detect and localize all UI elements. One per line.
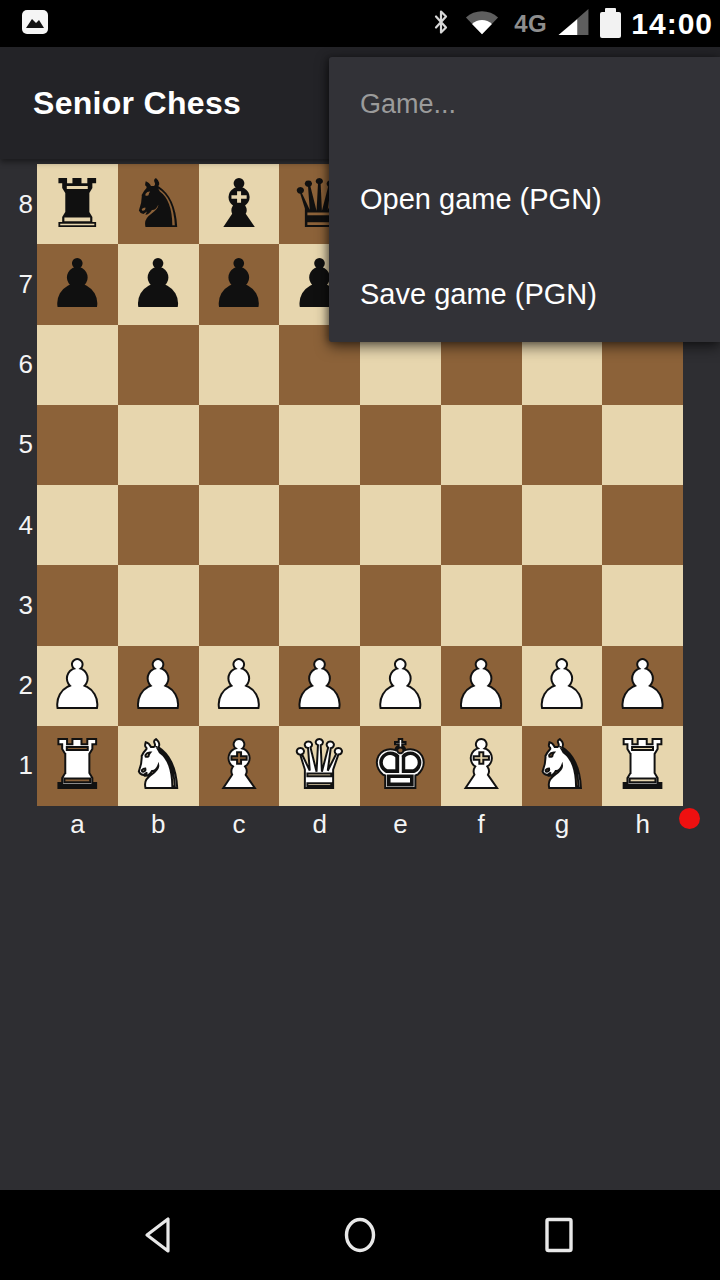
square-f3[interactable] [441,565,522,645]
home-icon[interactable] [340,1215,380,1255]
square-c7[interactable]: ♟ [199,244,280,324]
menu-item-open-game[interactable]: Open game (PGN) [329,152,720,247]
wifi-icon [460,9,504,39]
square-f2[interactable]: ♟ [441,646,522,726]
white-knight: ♞ [128,732,188,799]
square-c6[interactable] [199,325,280,405]
rank-label-2: 2 [0,646,33,726]
file-label-f: f [441,807,522,841]
square-a7[interactable]: ♟ [37,244,118,324]
square-e2[interactable]: ♟ [360,646,441,726]
square-b4[interactable] [118,485,199,565]
rank-label-1: 1 [0,726,33,806]
square-h5[interactable] [602,405,683,485]
gallery-icon [22,10,48,38]
square-g3[interactable] [522,565,603,645]
status-bar: 4G 14:00 [0,0,720,47]
file-label-g: g [522,807,603,841]
black-bishop: ♝ [209,171,269,238]
square-b1[interactable]: ♞ [118,726,199,806]
black-knight: ♞ [128,171,188,238]
bluetooth-icon [432,8,450,40]
white-pawn: ♟ [451,652,511,719]
signal-icon [557,8,590,40]
square-h2[interactable]: ♟ [602,646,683,726]
file-label-a: a [37,807,118,841]
file-labels: abcdefgh [37,807,683,841]
square-a3[interactable] [37,565,118,645]
white-king: ♚ [370,732,430,799]
menu-header: Game... [329,57,720,152]
rank-label-6: 6 [0,325,33,405]
white-bishop: ♝ [451,732,511,799]
square-b8[interactable]: ♞ [118,164,199,244]
square-d5[interactable] [279,405,360,485]
square-b5[interactable] [118,405,199,485]
square-g2[interactable]: ♟ [522,646,603,726]
square-f1[interactable]: ♝ [441,726,522,806]
nav-bar [0,1190,720,1280]
white-pawn: ♟ [370,652,430,719]
network-type-label: 4G [514,10,547,38]
square-a1[interactable]: ♜ [37,726,118,806]
black-pawn: ♟ [209,251,269,318]
file-label-c: c [199,807,280,841]
square-d3[interactable] [279,565,360,645]
file-label-b: b [118,807,199,841]
white-bishop: ♝ [209,732,269,799]
turn-indicator-dot [679,808,700,829]
square-a8[interactable]: ♜ [37,164,118,244]
square-a2[interactable]: ♟ [37,646,118,726]
rank-label-5: 5 [0,405,33,485]
square-a6[interactable] [37,325,118,405]
square-f5[interactable] [441,405,522,485]
square-e3[interactable] [360,565,441,645]
square-c2[interactable]: ♟ [199,646,280,726]
status-icons: 4G 14:00 [432,0,713,47]
square-g1[interactable]: ♞ [522,726,603,806]
square-e4[interactable] [360,485,441,565]
square-d4[interactable] [279,485,360,565]
square-h1[interactable]: ♜ [602,726,683,806]
square-e5[interactable] [360,405,441,485]
square-a4[interactable] [37,485,118,565]
square-c1[interactable]: ♝ [199,726,280,806]
square-f4[interactable] [441,485,522,565]
square-b7[interactable]: ♟ [118,244,199,324]
status-clock: 14:00 [631,7,713,41]
rank-label-8: 8 [0,164,33,244]
file-label-d: d [279,807,360,841]
rank-labels: 87654321 [0,164,33,806]
white-queen: ♛ [290,732,350,799]
square-b2[interactable]: ♟ [118,646,199,726]
battery-icon [600,12,621,38]
square-e1[interactable]: ♚ [360,726,441,806]
square-c3[interactable] [199,565,280,645]
game-menu: Game... Open game (PGN) Save game (PGN) [329,57,720,342]
menu-item-save-game[interactable]: Save game (PGN) [329,247,720,342]
white-rook: ♜ [47,732,107,799]
android-screen: 4G 14:00 Senior Chess 87654321 ♜♞♝♛♚♝♞♜♟… [0,0,720,1280]
app-title: Senior Chess [33,85,241,122]
square-a5[interactable] [37,405,118,485]
square-d1[interactable]: ♛ [279,726,360,806]
square-g5[interactable] [522,405,603,485]
file-label-h: h [602,807,683,841]
square-g4[interactable] [522,485,603,565]
back-icon[interactable] [141,1215,181,1255]
square-c5[interactable] [199,405,280,485]
square-c4[interactable] [199,485,280,565]
square-c8[interactable]: ♝ [199,164,280,244]
rank-label-3: 3 [0,565,33,645]
white-pawn: ♟ [128,652,188,719]
black-rook: ♜ [47,171,107,238]
white-knight: ♞ [532,732,592,799]
white-pawn: ♟ [532,652,592,719]
file-label-e: e [360,807,441,841]
rank-label-7: 7 [0,244,33,324]
white-pawn: ♟ [47,652,107,719]
white-pawn: ♟ [290,652,350,719]
rank-label-4: 4 [0,485,33,565]
square-b3[interactable] [118,565,199,645]
square-h3[interactable] [602,565,683,645]
recents-icon[interactable] [539,1215,579,1255]
square-h4[interactable] [602,485,683,565]
white-rook: ♜ [613,732,673,799]
square-b6[interactable] [118,325,199,405]
white-pawn: ♟ [613,652,673,719]
black-pawn: ♟ [47,251,107,318]
black-pawn: ♟ [128,251,188,318]
white-pawn: ♟ [209,652,269,719]
square-d2[interactable]: ♟ [279,646,360,726]
